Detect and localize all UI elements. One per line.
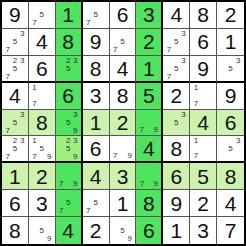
pencil-mark-7: 7 — [4, 153, 11, 161]
pencil-mark-7: 7 — [31, 153, 38, 161]
cell-r5c3[interactable]: 359 — [56, 110, 83, 137]
cell-r2c2[interactable]: 4 — [29, 29, 56, 56]
cell-r2c8[interactable]: 6 — [190, 29, 217, 56]
pencil-mark-5: 5 — [173, 65, 180, 73]
cell-r5c5[interactable]: 2 — [110, 110, 137, 137]
pencil-mark-7: 7 — [165, 73, 172, 81]
pencil-mark-5: 5 — [65, 65, 72, 73]
cell-value: 6 — [36, 58, 48, 79]
pencil-mark-5: 5 — [65, 199, 72, 207]
sudoku-board: 9571576348235748957235761235762358413579… — [0, 0, 246, 246]
cell-value: 4 — [36, 31, 48, 52]
cell-r9c1[interactable]: 8 — [2, 217, 29, 244]
cell-r9c3[interactable]: 4 — [56, 217, 83, 244]
cell-r8c4[interactable]: 57 — [83, 190, 110, 217]
cell-value: 4 — [62, 220, 74, 241]
cell-r6c9[interactable]: 35 — [217, 136, 244, 163]
cell-value: 6 — [62, 85, 74, 106]
pencil-marks: 79 — [112, 137, 134, 160]
cell-r3c8[interactable]: 9 — [190, 56, 217, 83]
cell-r3c3[interactable]: 235 — [56, 56, 83, 83]
pencil-marks: 57 — [112, 30, 134, 54]
cell-r6c1[interactable]: 2357 — [2, 136, 29, 163]
pencil-marks: 357 — [165, 57, 187, 80]
cell-value: 4 — [225, 193, 237, 214]
cell-r8c6[interactable]: 8 — [136, 190, 163, 217]
pencil-mark-7: 7 — [138, 180, 145, 188]
cell-r1c7[interactable]: 4 — [163, 2, 190, 29]
pencil-marks: 35 — [219, 57, 242, 80]
cell-value: 9 — [225, 85, 237, 106]
cell-r1c9[interactable]: 2 — [217, 2, 244, 29]
cell-r8c7[interactable]: 9 — [163, 190, 190, 217]
cell-value: 5 — [143, 85, 155, 106]
pencil-mark-5: 5 — [38, 226, 45, 234]
cell-r7c1[interactable]: 1 — [2, 163, 29, 190]
pencil-mark-7: 7 — [85, 207, 92, 215]
pencil-mark-7: 7 — [31, 19, 38, 27]
cell-value: 6 — [90, 138, 102, 159]
pencil-mark-5: 5 — [173, 119, 180, 127]
pencil-mark-3: 3 — [180, 30, 187, 38]
cell-value: 2 — [117, 112, 129, 133]
cell-r9c4[interactable]: 2 — [83, 217, 110, 244]
cell-value: 4 — [9, 85, 21, 106]
cell-r1c3[interactable]: 1 — [56, 2, 83, 29]
cell-r3c2[interactable]: 6 — [29, 56, 56, 83]
cell-r9c7[interactable]: 1 — [163, 217, 190, 244]
cell-r8c8[interactable]: 2 — [190, 190, 217, 217]
pencil-mark-5: 5 — [38, 145, 45, 153]
cell-r7c3[interactable]: 79 — [56, 163, 83, 190]
pencil-mark-3: 3 — [234, 57, 242, 65]
cell-r5c6[interactable]: 79 — [136, 110, 163, 137]
cell-r4c2[interactable]: 17 — [29, 83, 56, 110]
pencil-mark-3: 3 — [19, 57, 26, 65]
cell-value: 1 — [225, 31, 237, 52]
cell-value: 1 — [117, 193, 129, 214]
pencil-mark-3: 3 — [19, 137, 26, 145]
cell-r6c3[interactable]: 2359 — [56, 136, 83, 163]
cell-r6c5[interactable]: 79 — [110, 136, 137, 163]
pencil-mark-1: 1 — [192, 84, 199, 92]
cell-value: 8 — [62, 31, 74, 52]
cell-value: 4 — [90, 166, 102, 187]
cell-r2c1[interactable]: 357 — [2, 29, 29, 56]
cell-value: 1 — [143, 58, 155, 79]
pencil-mark-9: 9 — [126, 235, 133, 243]
cell-value: 4 — [170, 4, 182, 25]
pencil-marks: 79 — [138, 111, 159, 135]
cell-value: 8 — [117, 85, 129, 106]
cell-r9c2[interactable]: 59 — [29, 217, 56, 244]
cell-value: 1 — [90, 112, 102, 133]
cell-value: 3 — [117, 166, 129, 187]
cell-value: 8 — [9, 220, 21, 241]
pencil-marks: 357 — [4, 111, 26, 135]
cell-r3c7[interactable]: 357 — [163, 56, 190, 83]
cell-value: 6 — [197, 31, 209, 52]
cell-value: 8 — [225, 166, 237, 187]
cell-value: 2 — [90, 220, 102, 241]
cell-r4c9[interactable]: 9 — [217, 83, 244, 110]
pencil-mark-5: 5 — [11, 65, 18, 73]
cell-r7c8[interactable]: 5 — [190, 163, 217, 190]
cell-value: 8 — [170, 138, 182, 159]
pencil-marks: 17 — [192, 137, 214, 160]
cell-value: 3 — [36, 193, 48, 214]
cell-r8c2[interactable]: 3 — [29, 190, 56, 217]
cell-r2c6[interactable]: 2 — [136, 29, 163, 56]
pencil-mark-7: 7 — [4, 127, 11, 135]
cell-r5c4[interactable]: 1 — [83, 110, 110, 137]
cell-value: 2 — [36, 166, 48, 187]
pencil-mark-5: 5 — [119, 38, 126, 46]
cell-value: 5 — [197, 166, 209, 187]
cell-value: 9 — [90, 31, 102, 52]
pencil-mark-5: 5 — [11, 145, 18, 153]
cell-r9c6[interactable]: 6 — [136, 217, 163, 244]
cell-r6c7[interactable]: 8 — [163, 136, 190, 163]
cell-r3c9[interactable]: 35 — [217, 56, 244, 83]
cell-value: 6 — [170, 166, 182, 187]
pencil-mark-9: 9 — [72, 127, 79, 135]
cell-r9c9[interactable]: 7 — [217, 217, 244, 244]
cell-value: 4 — [143, 138, 155, 159]
cell-r5c2[interactable]: 8 — [29, 110, 56, 137]
cell-r9c5[interactable]: 59 — [110, 217, 137, 244]
pencil-mark-9: 9 — [72, 153, 79, 161]
pencil-marks: 17 — [31, 84, 53, 108]
pencil-mark-5: 5 — [173, 38, 180, 46]
pencil-mark-5: 5 — [92, 11, 99, 19]
cell-value: 2 — [225, 4, 237, 25]
pencil-mark-5: 5 — [11, 38, 18, 46]
pencil-mark-3: 3 — [19, 111, 26, 119]
cell-r2c9[interactable]: 1 — [217, 29, 244, 56]
pencil-mark-1: 1 — [31, 137, 38, 145]
cell-r6c2[interactable]: 1579 — [29, 136, 56, 163]
pencil-marks: 1579 — [31, 137, 53, 160]
cell-r1c4[interactable]: 57 — [83, 2, 110, 29]
pencil-mark-7: 7 — [192, 152, 199, 160]
cell-r1c8[interactable]: 8 — [190, 2, 217, 29]
cell-r8c9[interactable]: 4 — [217, 190, 244, 217]
pencil-marks: 57 — [31, 3, 53, 27]
cell-value: 8 — [90, 58, 102, 79]
pencil-mark-5: 5 — [227, 145, 235, 153]
pencil-mark-7: 7 — [58, 180, 65, 188]
cell-r2c4[interactable]: 9 — [83, 29, 110, 56]
cell-value: 1 — [9, 166, 21, 187]
pencil-mark-9: 9 — [152, 180, 159, 188]
pencil-mark-9: 9 — [45, 235, 52, 243]
pencil-mark-1: 1 — [192, 137, 199, 145]
pencil-mark-5: 5 — [92, 199, 99, 207]
pencil-mark-7: 7 — [31, 100, 38, 108]
cell-value: 7 — [225, 220, 237, 241]
pencil-mark-9: 9 — [152, 126, 159, 134]
cell-r4c3[interactable]: 6 — [56, 83, 83, 110]
cell-value: 6 — [143, 220, 155, 241]
pencil-marks: 57 — [85, 191, 107, 215]
pencil-mark-5: 5 — [227, 65, 235, 73]
cell-r4c1[interactable]: 4 — [2, 83, 29, 110]
pencil-mark-5: 5 — [38, 11, 45, 19]
cell-r3c5[interactable]: 4 — [110, 56, 137, 83]
pencil-mark-7: 7 — [85, 19, 92, 27]
cell-r1c1[interactable]: 9 — [2, 2, 29, 29]
pencil-marks: 2359 — [58, 137, 79, 160]
cell-r5c1[interactable]: 357 — [2, 110, 29, 137]
pencil-marks: 57 — [58, 191, 79, 215]
cell-r5c7[interactable]: 35 — [163, 110, 190, 137]
cell-value: 9 — [9, 4, 21, 25]
cell-r2c3[interactable]: 8 — [56, 29, 83, 56]
pencil-marks: 59 — [31, 218, 53, 243]
cell-value: 4 — [197, 112, 209, 133]
cell-r6c4[interactable]: 6 — [83, 136, 110, 163]
cell-r4c4[interactable]: 3 — [83, 83, 110, 110]
cell-r4c7[interactable]: 2 — [163, 83, 190, 110]
cell-r7c4[interactable]: 4 — [83, 163, 110, 190]
cell-r5c8[interactable]: 4 — [190, 110, 217, 137]
pencil-mark-7: 7 — [4, 73, 11, 81]
cell-r9c8[interactable]: 3 — [190, 217, 217, 244]
cell-r4c8[interactable]: 17 — [190, 83, 217, 110]
pencil-mark-3: 3 — [19, 30, 26, 38]
cell-r4c6[interactable]: 5 — [136, 83, 163, 110]
cell-value: 2 — [197, 193, 209, 214]
pencil-marks: 59 — [112, 218, 134, 243]
pencil-mark-3: 3 — [72, 111, 79, 119]
cell-r1c6[interactable]: 3 — [136, 2, 163, 29]
cell-value: 8 — [197, 4, 209, 25]
cell-r3c1[interactable]: 2357 — [2, 56, 29, 83]
pencil-mark-3: 3 — [234, 137, 242, 145]
cell-value: 2 — [170, 85, 182, 106]
cell-value: 6 — [225, 112, 237, 133]
cell-value: 9 — [197, 58, 209, 79]
pencil-marks: 2357 — [4, 57, 26, 80]
cell-r7c9[interactable]: 8 — [217, 163, 244, 190]
pencil-mark-9: 9 — [72, 180, 79, 188]
pencil-marks: 357 — [4, 30, 26, 54]
cell-r7c2[interactable]: 2 — [29, 163, 56, 190]
cell-r5c9[interactable]: 6 — [217, 110, 244, 137]
cell-value: 1 — [62, 4, 74, 25]
cell-value: 9 — [170, 193, 182, 214]
cell-r6c8[interactable]: 17 — [190, 136, 217, 163]
pencil-mark-3: 3 — [72, 137, 79, 145]
pencil-mark-5: 5 — [65, 145, 72, 153]
pencil-mark-7: 7 — [112, 152, 119, 160]
pencil-mark-7: 7 — [192, 100, 199, 108]
pencil-mark-7: 7 — [58, 207, 65, 215]
pencil-mark-5: 5 — [65, 119, 72, 127]
pencil-marks: 35 — [165, 111, 187, 135]
cell-value: 3 — [197, 220, 209, 241]
pencil-mark-7: 7 — [165, 46, 172, 54]
pencil-mark-1: 1 — [31, 84, 38, 92]
cell-r3c6[interactable]: 1 — [136, 56, 163, 83]
pencil-marks: 359 — [58, 111, 79, 135]
cell-r8c3[interactable]: 57 — [56, 190, 83, 217]
pencil-mark-7: 7 — [138, 126, 145, 134]
cell-r1c5[interactable]: 6 — [110, 2, 137, 29]
cell-value: 1 — [170, 220, 182, 241]
pencil-mark-5: 5 — [119, 226, 126, 234]
cell-r2c5[interactable]: 57 — [110, 29, 137, 56]
cell-value: 3 — [90, 85, 102, 106]
cell-value: 6 — [9, 193, 21, 214]
cell-value: 3 — [143, 4, 155, 25]
pencil-marks: 57 — [85, 3, 107, 27]
pencil-mark-9: 9 — [126, 152, 133, 160]
pencil-mark-9: 9 — [45, 153, 52, 161]
cell-r6c6[interactable]: 4 — [136, 136, 163, 163]
cell-r7c7[interactable]: 6 — [163, 163, 190, 190]
cell-value: 8 — [36, 112, 48, 133]
pencil-marks: 35 — [219, 137, 242, 160]
cell-r8c5[interactable]: 1 — [110, 190, 137, 217]
pencil-marks: 2357 — [4, 137, 26, 160]
cell-value: 4 — [117, 58, 129, 79]
cell-value: 8 — [143, 193, 155, 214]
pencil-marks: 235 — [58, 57, 79, 80]
pencil-mark-3: 3 — [72, 57, 79, 65]
cell-r2c7[interactable]: 357 — [163, 29, 190, 56]
pencil-marks: 17 — [192, 84, 214, 108]
pencil-mark-3: 3 — [180, 111, 187, 119]
pencil-mark-7: 7 — [112, 46, 119, 54]
cell-r7c5[interactable]: 3 — [110, 163, 137, 190]
cell-r8c1[interactable]: 6 — [2, 190, 29, 217]
pencil-marks: 79 — [138, 164, 159, 188]
pencil-marks: 357 — [165, 30, 187, 54]
pencil-mark-7: 7 — [4, 46, 11, 54]
cell-r1c2[interactable]: 57 — [29, 2, 56, 29]
cell-r7c6[interactable]: 79 — [136, 163, 163, 190]
cell-value: 6 — [117, 4, 129, 25]
cell-value: 2 — [143, 31, 155, 52]
pencil-mark-5: 5 — [11, 119, 18, 127]
cell-r4c5[interactable]: 8 — [110, 83, 137, 110]
cell-r3c4[interactable]: 8 — [83, 56, 110, 83]
pencil-marks: 79 — [58, 164, 79, 188]
pencil-mark-3: 3 — [180, 57, 187, 65]
